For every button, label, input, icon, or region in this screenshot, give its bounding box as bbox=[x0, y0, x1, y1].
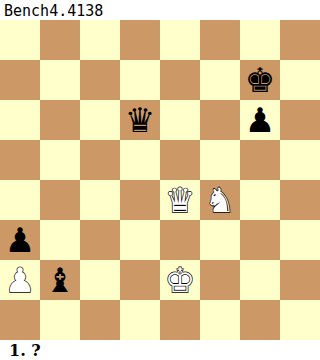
square-a3[interactable]: ♟ bbox=[0, 220, 40, 260]
position-title: Bench4.4138 bbox=[0, 0, 320, 20]
square-b4[interactable] bbox=[40, 180, 80, 220]
square-a1[interactable] bbox=[0, 300, 40, 340]
move-prompt: 1. ? bbox=[0, 340, 320, 360]
square-g3[interactable] bbox=[240, 220, 280, 260]
square-b2[interactable]: ♝ bbox=[40, 260, 80, 300]
square-f5[interactable] bbox=[200, 140, 240, 180]
square-g7[interactable]: ♚ bbox=[240, 60, 280, 100]
square-b8[interactable] bbox=[40, 20, 80, 60]
piece-black-queen: ♛ bbox=[125, 100, 155, 140]
square-g4[interactable] bbox=[240, 180, 280, 220]
square-c8[interactable] bbox=[80, 20, 120, 60]
square-h1[interactable] bbox=[280, 300, 320, 340]
square-d4[interactable] bbox=[120, 180, 160, 220]
square-h6[interactable] bbox=[280, 100, 320, 140]
square-b7[interactable] bbox=[40, 60, 80, 100]
square-h7[interactable] bbox=[280, 60, 320, 100]
square-f6[interactable] bbox=[200, 100, 240, 140]
square-c4[interactable] bbox=[80, 180, 120, 220]
square-d1[interactable] bbox=[120, 300, 160, 340]
square-d2[interactable] bbox=[120, 260, 160, 300]
square-g2[interactable] bbox=[240, 260, 280, 300]
square-c1[interactable] bbox=[80, 300, 120, 340]
square-e7[interactable] bbox=[160, 60, 200, 100]
square-h3[interactable] bbox=[280, 220, 320, 260]
square-e2[interactable]: ♚ bbox=[160, 260, 200, 300]
square-a5[interactable] bbox=[0, 140, 40, 180]
square-d8[interactable] bbox=[120, 20, 160, 60]
square-g1[interactable] bbox=[240, 300, 280, 340]
square-f8[interactable] bbox=[200, 20, 240, 60]
square-d3[interactable] bbox=[120, 220, 160, 260]
piece-black-pawn: ♟ bbox=[245, 100, 275, 140]
square-d7[interactable] bbox=[120, 60, 160, 100]
square-e8[interactable] bbox=[160, 20, 200, 60]
piece-white-king: ♚ bbox=[165, 260, 195, 300]
square-g6[interactable]: ♟ bbox=[240, 100, 280, 140]
square-b5[interactable] bbox=[40, 140, 80, 180]
square-c6[interactable] bbox=[80, 100, 120, 140]
chess-diagram: Bench4.4138 ♚♛♟♛♞♟♟♝♚ 1. ? bbox=[0, 0, 320, 360]
square-e4[interactable]: ♛ bbox=[160, 180, 200, 220]
square-b6[interactable] bbox=[40, 100, 80, 140]
square-f1[interactable] bbox=[200, 300, 240, 340]
square-a7[interactable] bbox=[0, 60, 40, 100]
square-h5[interactable] bbox=[280, 140, 320, 180]
square-h4[interactable] bbox=[280, 180, 320, 220]
square-d6[interactable]: ♛ bbox=[120, 100, 160, 140]
square-e1[interactable] bbox=[160, 300, 200, 340]
square-f7[interactable] bbox=[200, 60, 240, 100]
square-e3[interactable] bbox=[160, 220, 200, 260]
square-c2[interactable] bbox=[80, 260, 120, 300]
square-h8[interactable] bbox=[280, 20, 320, 60]
piece-black-king: ♚ bbox=[245, 60, 275, 100]
square-f2[interactable] bbox=[200, 260, 240, 300]
piece-white-queen: ♛ bbox=[165, 180, 195, 220]
square-a4[interactable] bbox=[0, 180, 40, 220]
square-h2[interactable] bbox=[280, 260, 320, 300]
square-b3[interactable] bbox=[40, 220, 80, 260]
square-e5[interactable] bbox=[160, 140, 200, 180]
square-e6[interactable] bbox=[160, 100, 200, 140]
chess-board: ♚♛♟♛♞♟♟♝♚ bbox=[0, 20, 320, 340]
square-c7[interactable] bbox=[80, 60, 120, 100]
piece-white-pawn: ♟ bbox=[5, 260, 35, 300]
square-g5[interactable] bbox=[240, 140, 280, 180]
piece-white-knight: ♞ bbox=[205, 180, 235, 220]
square-f3[interactable] bbox=[200, 220, 240, 260]
square-a6[interactable] bbox=[0, 100, 40, 140]
square-b1[interactable] bbox=[40, 300, 80, 340]
square-c5[interactable] bbox=[80, 140, 120, 180]
square-f4[interactable]: ♞ bbox=[200, 180, 240, 220]
square-g8[interactable] bbox=[240, 20, 280, 60]
piece-black-bishop: ♝ bbox=[45, 260, 75, 300]
piece-black-pawn: ♟ bbox=[5, 220, 35, 260]
square-a2[interactable]: ♟ bbox=[0, 260, 40, 300]
square-c3[interactable] bbox=[80, 220, 120, 260]
square-d5[interactable] bbox=[120, 140, 160, 180]
square-a8[interactable] bbox=[0, 20, 40, 60]
